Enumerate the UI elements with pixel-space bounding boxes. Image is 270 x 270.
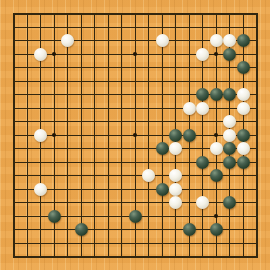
black-stone-q13 — [210, 88, 223, 101]
black-stone-s10 — [237, 129, 250, 142]
black-stone-o3 — [183, 223, 196, 236]
black-stone-q7 — [210, 169, 223, 182]
black-stone-p13 — [196, 88, 209, 101]
black-stone-d4 — [48, 210, 61, 223]
white-stone-s9 — [237, 142, 250, 155]
grid-line-vertical — [162, 13, 163, 258]
white-stone-r17 — [223, 34, 236, 47]
white-stone-n7 — [169, 169, 182, 182]
white-stone-p16 — [196, 48, 209, 61]
white-stone-o12 — [183, 102, 196, 115]
white-stone-s12 — [237, 102, 250, 115]
white-stone-q9 — [210, 142, 223, 155]
white-stone-e17 — [61, 34, 74, 47]
white-stone-q17 — [210, 34, 223, 47]
go-app-screenshot — [0, 0, 270, 270]
white-stone-c6 — [34, 183, 47, 196]
black-stone-k4 — [129, 210, 142, 223]
white-stone-p5 — [196, 196, 209, 209]
white-stone-m17 — [156, 34, 169, 47]
white-stone-c16 — [34, 48, 47, 61]
black-stone-p8 — [196, 156, 209, 169]
white-stone-p12 — [196, 102, 209, 115]
white-stone-n6 — [169, 183, 182, 196]
grid-line-horizontal — [13, 256, 258, 258]
grid-line-horizontal — [13, 243, 258, 244]
black-stone-n10 — [169, 129, 182, 142]
black-stone-q3 — [210, 223, 223, 236]
black-stone-m9 — [156, 142, 169, 155]
black-stone-r13 — [223, 88, 236, 101]
black-stone-f3 — [75, 223, 88, 236]
white-stone-l7 — [142, 169, 155, 182]
star-point — [214, 214, 218, 218]
black-stone-o10 — [183, 129, 196, 142]
star-point — [133, 52, 137, 56]
star-point — [52, 133, 56, 137]
star-point — [214, 52, 218, 56]
white-stone-n5 — [169, 196, 182, 209]
go-board[interactable] — [0, 0, 270, 270]
grid-line-horizontal — [13, 162, 258, 163]
white-stone-r10 — [223, 129, 236, 142]
grid-line-horizontal — [13, 202, 258, 203]
black-stone-s17 — [237, 34, 250, 47]
grid-line-horizontal — [13, 189, 258, 190]
black-stone-r8 — [223, 156, 236, 169]
white-stone-c10 — [34, 129, 47, 142]
white-stone-r11 — [223, 115, 236, 128]
white-stone-n9 — [169, 142, 182, 155]
grid-line-vertical — [148, 13, 149, 258]
black-stone-r5 — [223, 196, 236, 209]
star-point — [214, 133, 218, 137]
grid-line-vertical — [256, 13, 258, 258]
black-stone-s8 — [237, 156, 250, 169]
star-point — [52, 52, 56, 56]
black-stone-r16 — [223, 48, 236, 61]
white-stone-s13 — [237, 88, 250, 101]
black-stone-m6 — [156, 183, 169, 196]
star-point — [133, 133, 137, 137]
black-stone-r9 — [223, 142, 236, 155]
black-stone-s15 — [237, 61, 250, 74]
